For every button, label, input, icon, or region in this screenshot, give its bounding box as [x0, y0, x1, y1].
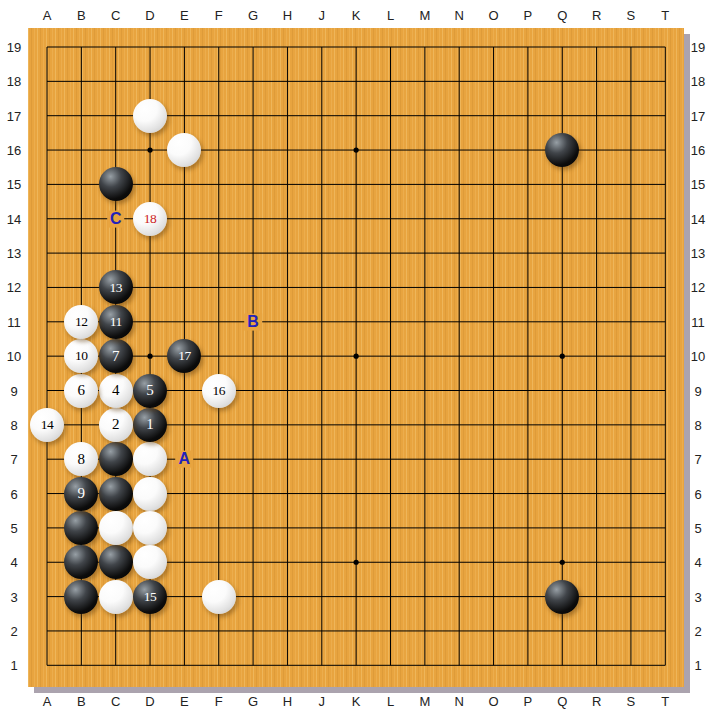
coord-left-3: 3	[10, 590, 17, 603]
coord-left-9: 9	[10, 384, 17, 397]
coord-left-7: 7	[10, 453, 17, 466]
coord-right-2: 2	[694, 624, 701, 637]
coord-left-1: 1	[10, 659, 17, 672]
move-number-2: 2	[112, 417, 120, 432]
go-kifu-diagram: 12456789101112131415161718 ABC AABBCCDDE…	[0, 0, 711, 714]
coord-right-1: 1	[694, 659, 701, 672]
coord-left-5: 5	[10, 521, 17, 534]
stone-white-F3	[202, 580, 236, 614]
coord-top-F: F	[215, 9, 223, 22]
coord-left-11: 11	[7, 315, 21, 328]
coord-top-J: J	[319, 9, 326, 22]
stone-white-D6	[133, 477, 167, 511]
stone-white-D17	[133, 99, 167, 133]
move-number-9: 9	[78, 486, 86, 501]
move-number-17: 17	[178, 349, 191, 363]
coord-left-4: 4	[10, 556, 17, 569]
stone-white-F9: 16	[202, 374, 236, 408]
coord-right-4: 4	[694, 556, 701, 569]
coord-bottom-Q: Q	[557, 695, 567, 708]
coord-left-16: 16	[7, 144, 21, 157]
move-number-6: 6	[78, 383, 86, 398]
coord-top-S: S	[627, 9, 636, 22]
move-number-13: 13	[109, 281, 122, 295]
coord-left-15: 15	[7, 178, 21, 191]
move-number-15: 15	[144, 590, 157, 604]
coord-top-C: C	[111, 9, 120, 22]
coord-bottom-O: O	[488, 695, 498, 708]
move-number-4: 4	[112, 383, 120, 398]
coord-bottom-M: M	[419, 695, 430, 708]
stone-black-C11: 11	[99, 305, 133, 339]
coord-top-P: P	[524, 9, 533, 22]
stone-black-D9: 5	[133, 374, 167, 408]
coord-left-17: 17	[7, 109, 21, 122]
coord-bottom-R: R	[592, 695, 601, 708]
coord-top-N: N	[454, 9, 463, 22]
stone-black-B5	[64, 511, 98, 545]
coord-left-10: 10	[7, 350, 21, 363]
coord-right-8: 8	[694, 418, 701, 431]
coord-right-17: 17	[691, 109, 705, 122]
coord-right-13: 13	[691, 247, 705, 260]
coord-top-Q: Q	[557, 9, 567, 22]
coord-bottom-B: B	[77, 695, 86, 708]
move-number-5: 5	[146, 383, 154, 398]
stone-black-D8: 1	[133, 408, 167, 442]
stone-white-C9: 4	[99, 374, 133, 408]
coord-bottom-T: T	[661, 695, 669, 708]
coord-top-R: R	[592, 9, 601, 22]
stone-black-D3: 15	[133, 580, 167, 614]
coord-left-14: 14	[7, 212, 21, 225]
coord-top-E: E	[180, 9, 189, 22]
stone-white-C8: 2	[99, 408, 133, 442]
coord-bottom-C: C	[111, 695, 120, 708]
coord-right-6: 6	[694, 487, 701, 500]
stone-white-A8: 14	[30, 408, 64, 442]
stone-white-D14: 18	[133, 202, 167, 236]
coord-left-8: 8	[10, 418, 17, 431]
coord-top-A: A	[43, 9, 52, 22]
coord-right-15: 15	[691, 178, 705, 191]
coord-right-18: 18	[691, 75, 705, 88]
coord-top-L: L	[387, 9, 394, 22]
stone-white-D5	[133, 511, 167, 545]
move-number-7: 7	[112, 349, 120, 364]
move-number-14: 14	[41, 418, 54, 432]
annotation-label-A: A	[176, 451, 194, 468]
coord-right-9: 9	[694, 384, 701, 397]
stone-white-C5	[99, 511, 133, 545]
coord-bottom-S: S	[627, 695, 636, 708]
stone-white-D7	[133, 442, 167, 476]
coord-bottom-D: D	[145, 695, 154, 708]
coord-top-M: M	[419, 9, 430, 22]
coord-top-G: G	[248, 9, 258, 22]
coord-top-T: T	[661, 9, 669, 22]
stone-white-B11: 12	[64, 305, 98, 339]
coord-top-D: D	[145, 9, 154, 22]
move-number-12: 12	[75, 315, 88, 329]
stone-white-B9: 6	[64, 374, 98, 408]
coord-right-3: 3	[694, 590, 701, 603]
coord-right-7: 7	[694, 453, 701, 466]
coord-bottom-F: F	[215, 695, 223, 708]
annotation-label-C: C	[107, 210, 125, 227]
coord-right-19: 19	[691, 41, 705, 54]
coord-right-10: 10	[691, 350, 705, 363]
coord-bottom-N: N	[454, 695, 463, 708]
coord-right-14: 14	[691, 212, 705, 225]
coord-top-O: O	[488, 9, 498, 22]
stone-black-B6: 9	[64, 477, 98, 511]
coord-bottom-E: E	[180, 695, 189, 708]
coord-left-6: 6	[10, 487, 17, 500]
move-number-16: 16	[213, 384, 226, 398]
stone-black-C6	[99, 477, 133, 511]
move-number-10: 10	[75, 349, 88, 363]
coord-left-13: 13	[7, 247, 21, 260]
coord-right-12: 12	[691, 281, 705, 294]
stone-black-C15	[99, 167, 133, 201]
coord-right-16: 16	[691, 144, 705, 157]
move-number-1: 1	[146, 417, 154, 432]
coord-left-12: 12	[7, 281, 21, 294]
stone-black-C10: 7	[99, 339, 133, 373]
coord-right-5: 5	[694, 521, 701, 534]
coord-top-B: B	[77, 9, 86, 22]
stone-black-C4	[99, 545, 133, 579]
coord-bottom-J: J	[319, 695, 326, 708]
coord-right-11: 11	[691, 315, 705, 328]
stone-black-Q3	[545, 580, 579, 614]
stone-black-B3	[64, 580, 98, 614]
coord-left-2: 2	[10, 624, 17, 637]
stone-black-C7	[99, 442, 133, 476]
stone-black-C12: 13	[99, 270, 133, 304]
coord-top-H: H	[283, 9, 292, 22]
coord-bottom-H: H	[283, 695, 292, 708]
stone-white-C3	[99, 580, 133, 614]
move-number-11: 11	[110, 315, 122, 329]
coord-bottom-P: P	[524, 695, 533, 708]
move-number-8: 8	[78, 452, 86, 467]
coord-left-19: 19	[7, 41, 21, 54]
move-number-18: 18	[144, 212, 157, 226]
coord-bottom-K: K	[352, 695, 361, 708]
coord-bottom-A: A	[43, 695, 52, 708]
coord-left-18: 18	[7, 75, 21, 88]
coord-top-K: K	[352, 9, 361, 22]
annotation-label-B: B	[244, 313, 262, 330]
coord-bottom-G: G	[248, 695, 258, 708]
coord-bottom-L: L	[387, 695, 394, 708]
